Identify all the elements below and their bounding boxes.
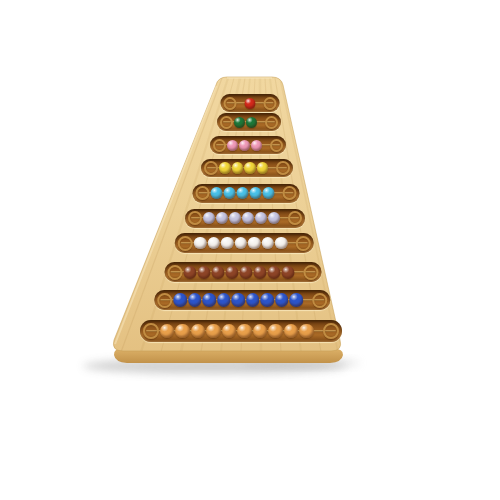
- bead-pink: [239, 140, 250, 151]
- bead-gold: [237, 324, 252, 339]
- wire-loop: [224, 97, 237, 110]
- bead-bar-slot-4: [201, 159, 293, 178]
- bead-brown: [212, 266, 225, 279]
- wire-loop: [196, 186, 210, 200]
- wire-loop: [296, 236, 311, 251]
- bead-lavender: [242, 212, 254, 224]
- bead-gold: [191, 324, 206, 339]
- wire-loop: [178, 236, 193, 251]
- bead-dark-blue: [275, 293, 289, 307]
- bead-brown: [254, 266, 267, 279]
- bead-lavender: [229, 212, 241, 224]
- bead-brown: [282, 266, 295, 279]
- bead-dark-blue: [246, 293, 260, 307]
- bead-light-blue: [211, 187, 223, 199]
- bead-yellow: [257, 162, 269, 174]
- bead-white: [208, 237, 221, 250]
- bead-bar-slot-6: [185, 209, 305, 228]
- bead-bar-slot-10: [140, 320, 342, 342]
- bead-light-blue: [250, 187, 262, 199]
- wire-loop: [276, 161, 290, 175]
- bead-gold: [175, 324, 190, 339]
- bead-dark-blue: [231, 293, 245, 307]
- bead-bar-slot-8: [165, 262, 322, 282]
- bead-gold: [160, 324, 175, 339]
- wire-loop: [157, 293, 172, 308]
- bead-lavender: [255, 212, 267, 224]
- bead-green: [234, 117, 245, 128]
- bead-yellow: [244, 162, 256, 174]
- bead-gold: [299, 324, 314, 339]
- bead-white: [262, 237, 275, 250]
- bead-bar-slot-9: [154, 290, 330, 311]
- bead-white: [235, 237, 248, 250]
- bead-white: [248, 237, 261, 250]
- bead-dark-blue: [289, 293, 303, 307]
- wire-loop: [264, 97, 277, 110]
- bead-gold: [206, 324, 221, 339]
- wire-loop: [143, 323, 159, 339]
- bead-brown: [184, 266, 197, 279]
- wire-loop: [323, 323, 339, 339]
- bead-pink: [251, 140, 262, 151]
- bead-gold: [253, 324, 268, 339]
- bead-gold: [284, 324, 299, 339]
- bead-rows: [0, 0, 500, 500]
- wire-loop: [213, 139, 226, 152]
- bead-gold: [268, 324, 283, 339]
- bead-bar-slot-2: [217, 113, 281, 131]
- bead-brown: [226, 266, 239, 279]
- bead-pink: [227, 140, 238, 151]
- bead-light-blue: [237, 187, 249, 199]
- bead-bar-slot-7: [175, 233, 314, 253]
- bead-dark-blue: [173, 293, 187, 307]
- wire-loop: [270, 139, 283, 152]
- bead-gold: [222, 324, 237, 339]
- bead-red: [245, 98, 256, 109]
- bead-lavender: [203, 212, 215, 224]
- bead-brown: [268, 266, 281, 279]
- scene: [0, 0, 500, 500]
- wire-loop: [265, 116, 278, 129]
- bead-brown: [198, 266, 211, 279]
- bead-dark-blue: [217, 293, 231, 307]
- bead-green: [246, 117, 257, 128]
- bead-yellow: [232, 162, 244, 174]
- bead-white: [221, 237, 234, 250]
- bead-lavender: [216, 212, 228, 224]
- wire-loop: [304, 265, 319, 280]
- wire-loop: [168, 265, 183, 280]
- bead-bar-slot-3: [210, 136, 286, 154]
- bead-yellow: [219, 162, 231, 174]
- wire-loop: [204, 161, 218, 175]
- bead-brown: [240, 266, 253, 279]
- bead-light-blue: [263, 187, 275, 199]
- bead-bar-slot-1: [221, 94, 280, 112]
- wire-loop: [283, 186, 297, 200]
- wire-loop: [312, 293, 327, 308]
- wire-loop: [220, 116, 233, 129]
- wire-loop: [188, 211, 202, 225]
- bead-bar-slot-5: [193, 184, 300, 203]
- bead-dark-blue: [188, 293, 202, 307]
- wire-loop: [288, 211, 302, 225]
- bead-dark-blue: [260, 293, 274, 307]
- bead-white: [194, 237, 207, 250]
- bead-white: [275, 237, 288, 250]
- bead-lavender: [268, 212, 280, 224]
- bead-dark-blue: [202, 293, 216, 307]
- bead-light-blue: [224, 187, 236, 199]
